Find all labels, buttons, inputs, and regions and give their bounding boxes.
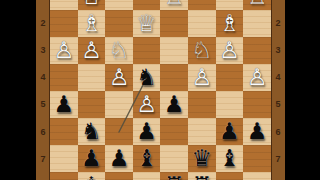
square-a1[interactable] bbox=[243, 0, 271, 10]
square-d5[interactable] bbox=[160, 91, 188, 118]
rank-label-4-left: 4 bbox=[36, 72, 50, 82]
square-h5[interactable] bbox=[50, 91, 78, 118]
square-h3[interactable] bbox=[50, 37, 78, 64]
rank-label-4-right: 4 bbox=[271, 72, 285, 82]
square-e3[interactable] bbox=[133, 37, 161, 64]
rank-label-5-left: 5 bbox=[36, 99, 50, 109]
rank-label-6-right: 6 bbox=[271, 127, 285, 137]
square-h1[interactable] bbox=[50, 0, 78, 10]
square-f6[interactable] bbox=[105, 118, 133, 145]
chess-app-screenshot: ♔♖♖♗♕♗♙♙♘♘♙♙♞♙♙♟♙♟♞♟♟♟♟♟♝♛♝♚♜♜ 223344556… bbox=[0, 0, 320, 180]
square-c6[interactable] bbox=[188, 118, 216, 145]
square-b4[interactable] bbox=[216, 64, 244, 91]
square-d2[interactable] bbox=[160, 10, 188, 37]
square-b7[interactable] bbox=[216, 145, 244, 172]
square-c1[interactable] bbox=[188, 0, 216, 10]
square-e2[interactable] bbox=[133, 10, 161, 37]
square-g3[interactable] bbox=[78, 37, 106, 64]
square-f2[interactable] bbox=[105, 10, 133, 37]
square-g8[interactable] bbox=[78, 172, 106, 180]
square-c2[interactable] bbox=[188, 10, 216, 37]
square-g2[interactable] bbox=[78, 10, 106, 37]
rank-label-3-left: 3 bbox=[36, 45, 50, 55]
square-g1[interactable] bbox=[78, 0, 106, 10]
square-g6[interactable] bbox=[78, 118, 106, 145]
square-f1[interactable] bbox=[105, 0, 133, 10]
rank-label-6-left: 6 bbox=[36, 127, 50, 137]
rank-label-7-left: 7 bbox=[36, 154, 50, 164]
rank-label-2-left: 2 bbox=[36, 18, 50, 28]
square-c5[interactable] bbox=[188, 91, 216, 118]
square-d6[interactable] bbox=[160, 118, 188, 145]
square-a7[interactable] bbox=[243, 145, 271, 172]
square-h2[interactable] bbox=[50, 10, 78, 37]
square-a4[interactable] bbox=[243, 64, 271, 91]
square-a8[interactable] bbox=[243, 172, 271, 180]
rank-label-2-right: 2 bbox=[271, 18, 285, 28]
square-b6[interactable] bbox=[216, 118, 244, 145]
square-b8[interactable] bbox=[216, 172, 244, 180]
square-b5[interactable] bbox=[216, 91, 244, 118]
square-e6[interactable] bbox=[133, 118, 161, 145]
board-squares bbox=[50, 0, 271, 180]
square-e5[interactable] bbox=[133, 91, 161, 118]
square-h4[interactable] bbox=[50, 64, 78, 91]
square-g4[interactable] bbox=[78, 64, 106, 91]
square-d3[interactable] bbox=[160, 37, 188, 64]
square-a3[interactable] bbox=[243, 37, 271, 64]
square-b1[interactable] bbox=[216, 0, 244, 10]
square-c8[interactable] bbox=[188, 172, 216, 180]
square-b3[interactable] bbox=[216, 37, 244, 64]
square-d7[interactable] bbox=[160, 145, 188, 172]
square-d4[interactable] bbox=[160, 64, 188, 91]
square-f4[interactable] bbox=[105, 64, 133, 91]
rank-label-7-right: 7 bbox=[271, 154, 285, 164]
square-a2[interactable] bbox=[243, 10, 271, 37]
rank-label-3-right: 3 bbox=[271, 45, 285, 55]
square-e7[interactable] bbox=[133, 145, 161, 172]
square-e1[interactable] bbox=[133, 0, 161, 10]
square-f8[interactable] bbox=[105, 172, 133, 180]
rank-label-5-right: 5 bbox=[271, 99, 285, 109]
square-c7[interactable] bbox=[188, 145, 216, 172]
square-d1[interactable] bbox=[160, 0, 188, 10]
square-g7[interactable] bbox=[78, 145, 106, 172]
square-h8[interactable] bbox=[50, 172, 78, 180]
square-g5[interactable] bbox=[78, 91, 106, 118]
square-b2[interactable] bbox=[216, 10, 244, 37]
square-a6[interactable] bbox=[243, 118, 271, 145]
square-c3[interactable] bbox=[188, 37, 216, 64]
square-c4[interactable] bbox=[188, 64, 216, 91]
square-h7[interactable] bbox=[50, 145, 78, 172]
square-a5[interactable] bbox=[243, 91, 271, 118]
square-f3[interactable] bbox=[105, 37, 133, 64]
square-f5[interactable] bbox=[105, 91, 133, 118]
square-f7[interactable] bbox=[105, 145, 133, 172]
square-d8[interactable] bbox=[160, 172, 188, 180]
square-e8[interactable] bbox=[133, 172, 161, 180]
square-e4[interactable] bbox=[133, 64, 161, 91]
square-h6[interactable] bbox=[50, 118, 78, 145]
